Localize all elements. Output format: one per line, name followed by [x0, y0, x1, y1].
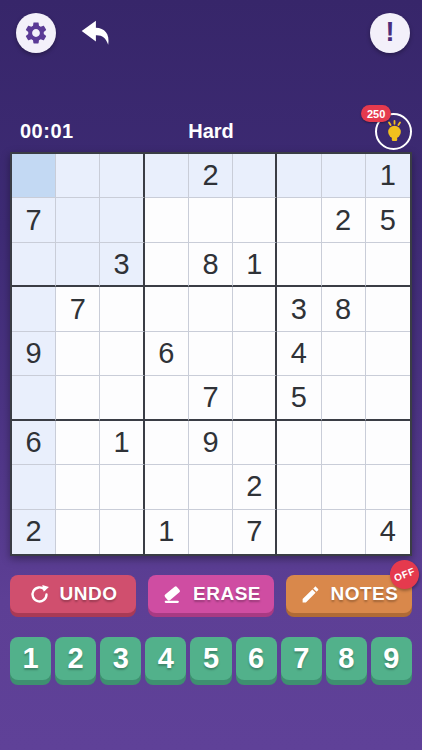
cell-r1c5[interactable]: 2 — [189, 154, 233, 198]
cell-r5c7[interactable]: 4 — [277, 332, 321, 376]
cell-r3c2[interactable] — [56, 243, 100, 287]
eraser-icon — [161, 583, 183, 605]
cell-r5c9[interactable] — [366, 332, 410, 376]
cell-r8c1[interactable] — [12, 465, 56, 509]
cell-r1c3[interactable] — [100, 154, 144, 198]
hint-count-badge: 250 — [361, 105, 391, 122]
cell-r7c9[interactable] — [366, 421, 410, 465]
cell-r4c8[interactable]: 8 — [322, 287, 366, 331]
cell-r6c3[interactable] — [100, 376, 144, 420]
cell-r3c4[interactable] — [145, 243, 189, 287]
undo-label: UNDO — [60, 583, 118, 605]
cell-r2c1[interactable]: 7 — [12, 198, 56, 242]
erase-button[interactable]: ERASE — [148, 575, 274, 613]
exclamation-icon: ! — [386, 19, 395, 46]
numpad-button-5[interactable]: 5 — [190, 637, 231, 680]
cell-r1c4[interactable] — [145, 154, 189, 198]
settings-button[interactable] — [16, 13, 56, 53]
cell-r2c3[interactable] — [100, 198, 144, 242]
alert-button[interactable]: ! — [370, 13, 410, 53]
cell-r6c7[interactable]: 5 — [277, 376, 321, 420]
cell-r5c4[interactable]: 6 — [145, 332, 189, 376]
numpad-button-8[interactable]: 8 — [326, 637, 367, 680]
cell-r9c6[interactable]: 7 — [233, 510, 277, 554]
gear-icon — [23, 20, 49, 46]
cell-r4c9[interactable] — [366, 287, 410, 331]
cell-r1c1[interactable] — [12, 154, 56, 198]
cell-r3c5[interactable]: 8 — [189, 243, 233, 287]
cell-r5c1[interactable]: 9 — [12, 332, 56, 376]
cell-r2c9[interactable]: 5 — [366, 198, 410, 242]
cell-r8c4[interactable] — [145, 465, 189, 509]
numpad-button-2[interactable]: 2 — [55, 637, 96, 680]
cell-r1c9[interactable]: 1 — [366, 154, 410, 198]
cell-r8c8[interactable] — [322, 465, 366, 509]
cell-r3c1[interactable] — [12, 243, 56, 287]
cell-r2c4[interactable] — [145, 198, 189, 242]
cell-r8c2[interactable] — [56, 465, 100, 509]
sudoku-board: 217253817389647561922174 — [10, 152, 412, 556]
cell-r3c6[interactable]: 1 — [233, 243, 277, 287]
cell-r7c5[interactable]: 9 — [189, 421, 233, 465]
undo-button[interactable]: UNDO — [10, 575, 136, 613]
cell-r3c8[interactable] — [322, 243, 366, 287]
cell-r7c2[interactable] — [56, 421, 100, 465]
cell-r7c8[interactable] — [322, 421, 366, 465]
numpad-button-1[interactable]: 1 — [10, 637, 51, 680]
cell-r1c7[interactable] — [277, 154, 321, 198]
sudoku-app-screen: ! 00:01 Hard 250 21725381738964756192 — [0, 0, 422, 750]
cell-r3c9[interactable] — [366, 243, 410, 287]
cell-r3c7[interactable] — [277, 243, 321, 287]
undo-icon — [29, 584, 50, 605]
erase-label: ERASE — [193, 583, 261, 605]
cell-r9c3[interactable] — [100, 510, 144, 554]
cell-r2c8[interactable]: 2 — [322, 198, 366, 242]
cell-r5c5[interactable] — [189, 332, 233, 376]
cell-r1c8[interactable] — [322, 154, 366, 198]
numpad-button-6[interactable]: 6 — [236, 637, 277, 680]
cell-r4c1[interactable] — [12, 287, 56, 331]
cell-r6c9[interactable] — [366, 376, 410, 420]
cell-r4c4[interactable] — [145, 287, 189, 331]
cell-r5c2[interactable] — [56, 332, 100, 376]
numpad-button-7[interactable]: 7 — [281, 637, 322, 680]
difficulty-label: Hard — [0, 120, 422, 143]
cell-r6c5[interactable]: 7 — [189, 376, 233, 420]
cell-r6c8[interactable] — [322, 376, 366, 420]
cell-r7c1[interactable]: 6 — [12, 421, 56, 465]
cell-r8c6[interactable]: 2 — [233, 465, 277, 509]
cell-r9c2[interactable] — [56, 510, 100, 554]
cell-r7c6[interactable] — [233, 421, 277, 465]
cell-r9c4[interactable]: 1 — [145, 510, 189, 554]
numpad-button-4[interactable]: 4 — [145, 637, 186, 680]
top-bar: ! — [0, 0, 422, 53]
back-button[interactable] — [76, 18, 112, 48]
cell-r1c6[interactable] — [233, 154, 277, 198]
numpad-button-9[interactable]: 9 — [371, 637, 412, 680]
cell-r9c7[interactable] — [277, 510, 321, 554]
cell-r9c8[interactable] — [322, 510, 366, 554]
cell-r9c1[interactable]: 2 — [12, 510, 56, 554]
cell-r9c5[interactable] — [189, 510, 233, 554]
cell-r8c9[interactable] — [366, 465, 410, 509]
cell-r5c6[interactable] — [233, 332, 277, 376]
cell-r6c1[interactable] — [12, 376, 56, 420]
status-row: 00:01 Hard 250 — [0, 53, 422, 152]
notes-label: NOTES — [331, 583, 399, 605]
pencil-icon — [300, 584, 321, 605]
numpad-button-3[interactable]: 3 — [100, 637, 141, 680]
cell-r8c3[interactable] — [100, 465, 144, 509]
cell-r2c6[interactable] — [233, 198, 277, 242]
cell-r4c3[interactable] — [100, 287, 144, 331]
cell-r8c5[interactable] — [189, 465, 233, 509]
cell-r6c2[interactable] — [56, 376, 100, 420]
cell-r5c3[interactable] — [100, 332, 144, 376]
cell-r3c3[interactable]: 3 — [100, 243, 144, 287]
cell-r6c6[interactable] — [233, 376, 277, 420]
cell-r5c8[interactable] — [322, 332, 366, 376]
cell-r1c2[interactable] — [56, 154, 100, 198]
cell-r7c4[interactable] — [145, 421, 189, 465]
cell-r6c4[interactable] — [145, 376, 189, 420]
action-bar: UNDO ERASE NOTES OFF — [10, 575, 412, 613]
notes-button[interactable]: NOTES OFF — [286, 575, 412, 613]
cell-r4c6[interactable] — [233, 287, 277, 331]
cell-r2c7[interactable] — [277, 198, 321, 242]
hint-button[interactable]: 250 — [375, 113, 412, 150]
cell-r8c7[interactable] — [277, 465, 321, 509]
cell-r4c7[interactable]: 3 — [277, 287, 321, 331]
cell-r2c5[interactable] — [189, 198, 233, 242]
cell-r2c2[interactable] — [56, 198, 100, 242]
back-arrow-icon — [76, 18, 112, 48]
cell-r7c3[interactable]: 1 — [100, 421, 144, 465]
cell-r7c7[interactable] — [277, 421, 321, 465]
number-pad: 123456789 — [10, 637, 412, 680]
cell-r9c9[interactable]: 4 — [366, 510, 410, 554]
cell-r4c5[interactable] — [189, 287, 233, 331]
cell-r4c2[interactable]: 7 — [56, 287, 100, 331]
